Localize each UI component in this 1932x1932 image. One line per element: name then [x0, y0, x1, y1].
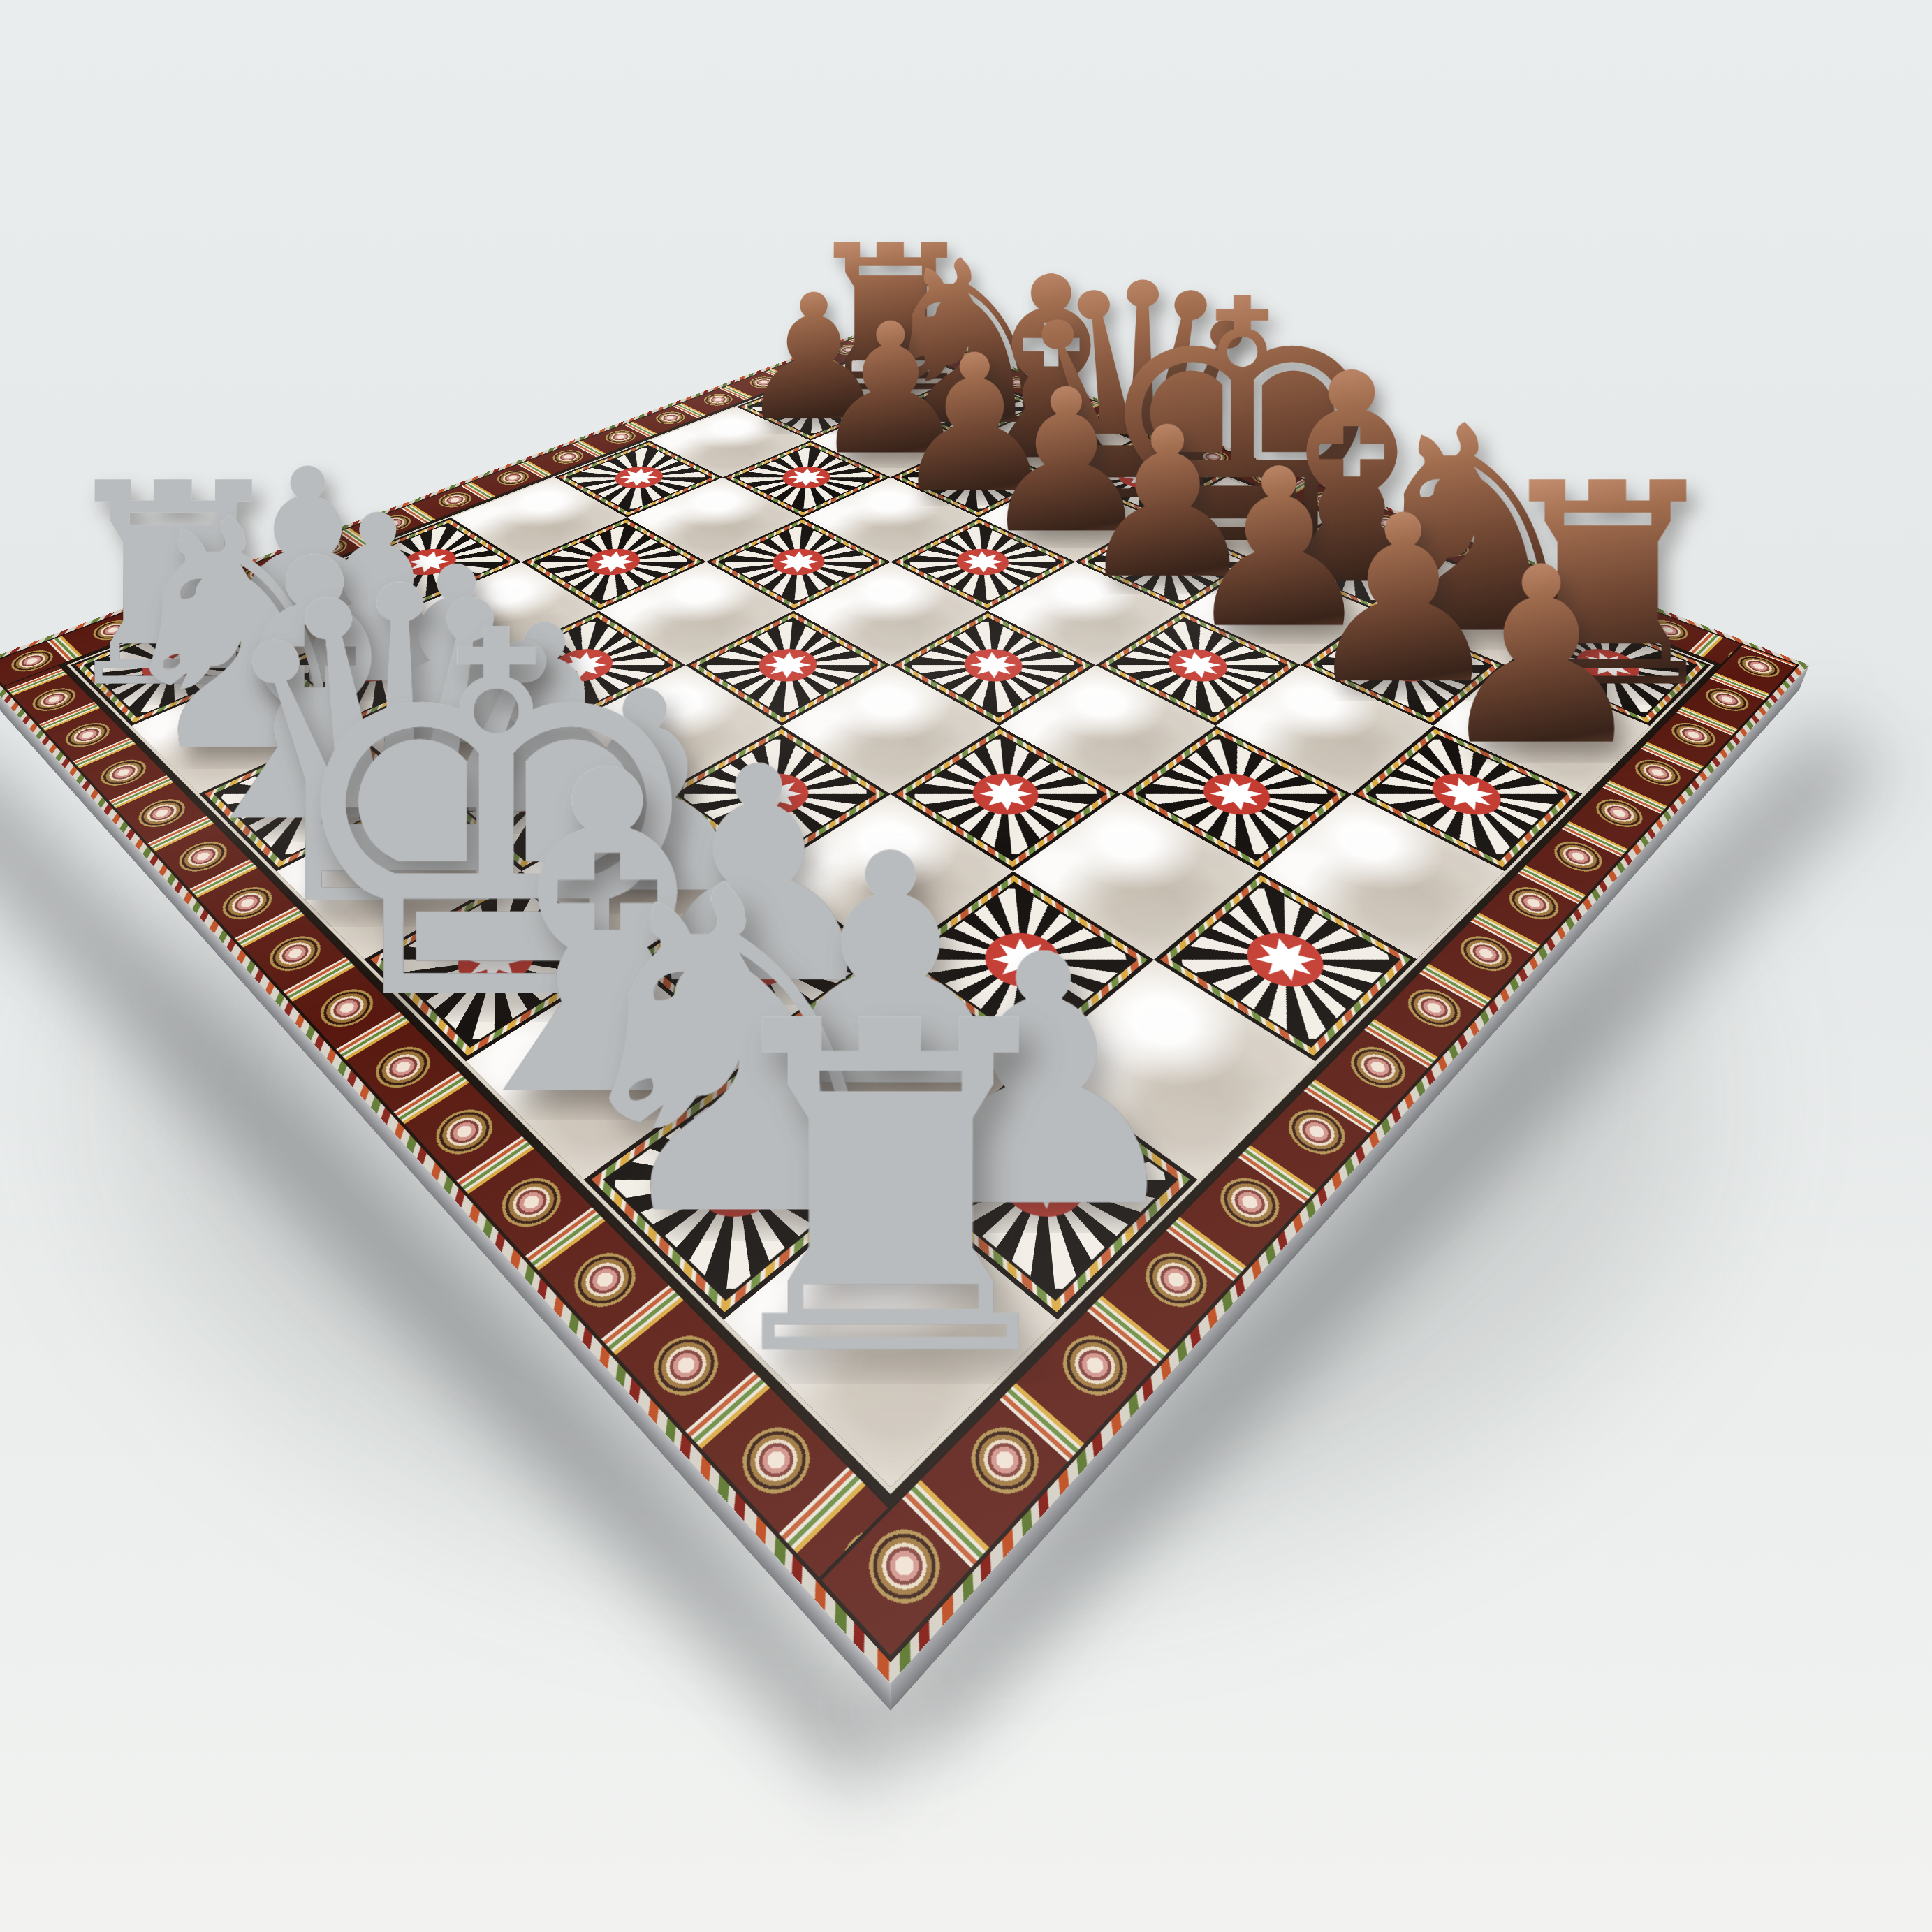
mosaic-star-inlay — [1157, 643, 1239, 689]
mosaic-star-inlay — [761, 543, 835, 580]
mosaic-star-inlay — [1190, 766, 1282, 824]
white-rook-h1[interactable]: ♜ — [686, 964, 1095, 1420]
mosaic-star-inlay — [1421, 766, 1513, 824]
photo-stage: ♜♞♝♛♚♝♞♜♟♟♟♟♟♟♟♟♟♟♟♟♟♟♟♟♜♞♝♛♚♝♞♜ — [0, 0, 1932, 1932]
square-d5[interactable] — [793, 562, 988, 665]
mosaic-star-inlay — [952, 643, 1034, 689]
mosaic-star-inlay — [1233, 923, 1338, 998]
mosaic-star-inlay — [606, 462, 673, 493]
mosaic-star-inlay — [946, 543, 1020, 580]
mosaic-star-inlay — [773, 462, 840, 493]
